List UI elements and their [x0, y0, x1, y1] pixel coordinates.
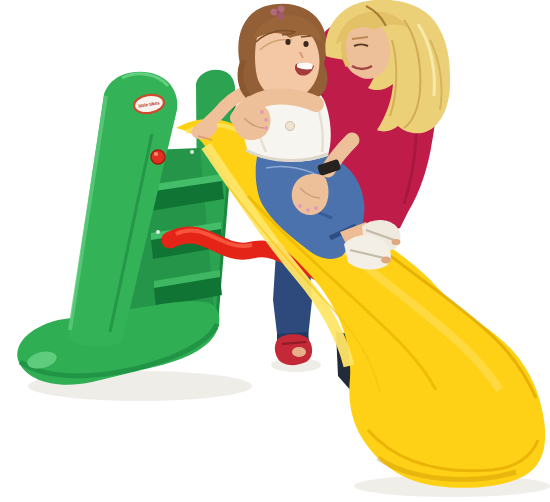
child-eye [303, 41, 308, 47]
slide-scene: little tikes [0, 0, 550, 502]
product-photo: little tikes [0, 0, 550, 502]
child-eye [285, 39, 290, 45]
screw-dot [190, 150, 194, 154]
red-knob [151, 150, 165, 164]
screw-dot [156, 230, 160, 234]
